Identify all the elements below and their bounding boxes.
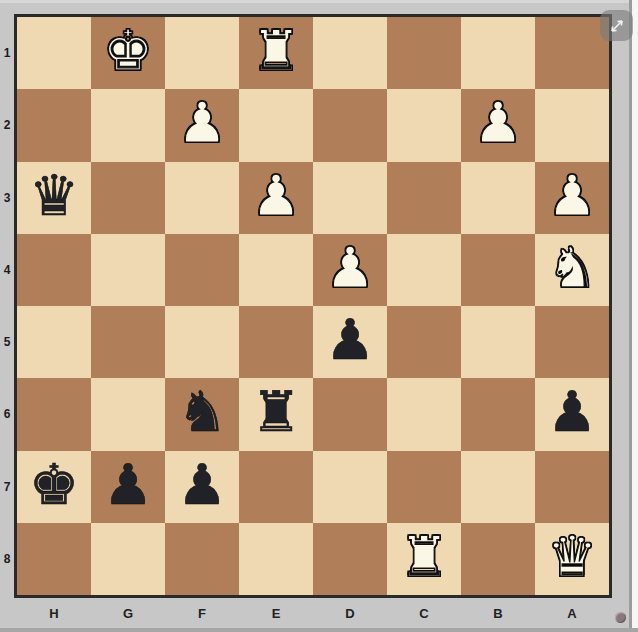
square-e5[interactable] — [239, 306, 313, 378]
rank-label-2: 2 — [0, 89, 14, 161]
square-g6[interactable] — [91, 378, 165, 450]
black-king[interactable]: ♚ — [29, 457, 79, 513]
diagonal-resize-icon — [608, 17, 626, 35]
square-g4[interactable] — [91, 234, 165, 306]
rank-label-4: 4 — [0, 234, 14, 306]
file-label-d: D — [313, 601, 387, 625]
white-pawn[interactable]: ♟ — [251, 168, 301, 224]
black-pawn[interactable]: ♟ — [103, 457, 153, 513]
black-rook[interactable]: ♜ — [251, 384, 301, 440]
square-g5[interactable] — [91, 306, 165, 378]
square-c6[interactable] — [387, 378, 461, 450]
square-a6[interactable]: ♟ — [535, 378, 609, 450]
square-f6[interactable]: ♞ — [165, 378, 239, 450]
square-g2[interactable] — [91, 89, 165, 161]
black-pawn[interactable]: ♟ — [325, 312, 375, 368]
square-f7[interactable]: ♟ — [165, 451, 239, 523]
square-c5[interactable] — [387, 306, 461, 378]
black-pawn[interactable]: ♟ — [177, 457, 227, 513]
file-label-e: E — [239, 601, 313, 625]
frame-bottom-edge — [0, 628, 638, 632]
square-a3[interactable]: ♟ — [535, 162, 609, 234]
file-label-f: F — [165, 601, 239, 625]
file-label-c: C — [387, 601, 461, 625]
square-e3[interactable]: ♟ — [239, 162, 313, 234]
square-g7[interactable]: ♟ — [91, 451, 165, 523]
square-f2[interactable]: ♟ — [165, 89, 239, 161]
white-pawn[interactable]: ♟ — [473, 95, 523, 151]
square-e7[interactable] — [239, 451, 313, 523]
rank-label-7: 7 — [0, 451, 14, 523]
square-h3[interactable]: ♛ — [17, 162, 91, 234]
square-a4[interactable]: ♞ — [535, 234, 609, 306]
expand-button[interactable] — [600, 10, 633, 41]
square-a5[interactable] — [535, 306, 609, 378]
square-a8[interactable]: ♛ — [535, 523, 609, 595]
square-d8[interactable] — [313, 523, 387, 595]
file-label-h: H — [17, 601, 91, 625]
square-h2[interactable] — [17, 89, 91, 161]
square-b7[interactable] — [461, 451, 535, 523]
black-queen[interactable]: ♛ — [29, 168, 79, 224]
square-h7[interactable]: ♚ — [17, 451, 91, 523]
square-b2[interactable]: ♟ — [461, 89, 535, 161]
square-c3[interactable] — [387, 162, 461, 234]
rank-label-3: 3 — [0, 162, 14, 234]
white-pawn[interactable]: ♟ — [325, 240, 375, 296]
chess-widget: ♚♜♟♟♛♟♟♟♞♟♞♜♟♚♟♟♜♛ 12345678 HGFEDCBA — [0, 0, 638, 632]
rank-labels: 12345678 — [0, 17, 14, 595]
square-b4[interactable] — [461, 234, 535, 306]
square-h5[interactable] — [17, 306, 91, 378]
square-c1[interactable] — [387, 17, 461, 89]
square-d1[interactable] — [313, 17, 387, 89]
square-c7[interactable] — [387, 451, 461, 523]
black-pawn[interactable]: ♟ — [547, 384, 597, 440]
square-f8[interactable] — [165, 523, 239, 595]
square-a2[interactable] — [535, 89, 609, 161]
square-d3[interactable] — [313, 162, 387, 234]
square-g3[interactable] — [91, 162, 165, 234]
white-knight[interactable]: ♞ — [547, 240, 597, 296]
square-e2[interactable] — [239, 89, 313, 161]
square-d6[interactable] — [313, 378, 387, 450]
square-d4[interactable]: ♟ — [313, 234, 387, 306]
file-label-a: A — [535, 601, 609, 625]
square-h8[interactable] — [17, 523, 91, 595]
square-e1[interactable]: ♜ — [239, 17, 313, 89]
square-d5[interactable]: ♟ — [313, 306, 387, 378]
square-b6[interactable] — [461, 378, 535, 450]
rank-label-8: 8 — [0, 523, 14, 595]
chess-board: ♚♜♟♟♛♟♟♟♞♟♞♜♟♚♟♟♜♛ — [14, 14, 612, 598]
square-c4[interactable] — [387, 234, 461, 306]
white-rook[interactable]: ♜ — [251, 23, 301, 79]
square-g1[interactable]: ♚ — [91, 17, 165, 89]
white-rook[interactable]: ♜ — [399, 529, 449, 585]
white-queen[interactable]: ♛ — [547, 529, 597, 585]
square-f3[interactable] — [165, 162, 239, 234]
square-b5[interactable] — [461, 306, 535, 378]
file-label-g: G — [91, 601, 165, 625]
square-f1[interactable] — [165, 17, 239, 89]
square-e4[interactable] — [239, 234, 313, 306]
square-g8[interactable] — [91, 523, 165, 595]
square-h4[interactable] — [17, 234, 91, 306]
square-e6[interactable]: ♜ — [239, 378, 313, 450]
square-c8[interactable]: ♜ — [387, 523, 461, 595]
square-a7[interactable] — [535, 451, 609, 523]
rank-label-6: 6 — [0, 378, 14, 450]
square-f5[interactable] — [165, 306, 239, 378]
rank-label-5: 5 — [0, 306, 14, 378]
frame-right-strip — [632, 0, 638, 632]
square-d7[interactable] — [313, 451, 387, 523]
square-b3[interactable] — [461, 162, 535, 234]
resize-handle-dot[interactable] — [615, 612, 626, 623]
square-e8[interactable] — [239, 523, 313, 595]
white-pawn[interactable]: ♟ — [177, 95, 227, 151]
square-c2[interactable] — [387, 89, 461, 161]
black-knight[interactable]: ♞ — [177, 384, 227, 440]
white-pawn[interactable]: ♟ — [547, 168, 597, 224]
square-d2[interactable] — [313, 89, 387, 161]
frame-top-edge — [0, 0, 638, 3]
rank-label-1: 1 — [0, 17, 14, 89]
square-f4[interactable] — [165, 234, 239, 306]
square-h1[interactable] — [17, 17, 91, 89]
square-h6[interactable] — [17, 378, 91, 450]
square-a1[interactable] — [535, 17, 609, 89]
white-king[interactable]: ♚ — [103, 23, 153, 79]
square-b1[interactable] — [461, 17, 535, 89]
square-b8[interactable] — [461, 523, 535, 595]
file-labels: HGFEDCBA — [17, 601, 609, 625]
file-label-b: B — [461, 601, 535, 625]
